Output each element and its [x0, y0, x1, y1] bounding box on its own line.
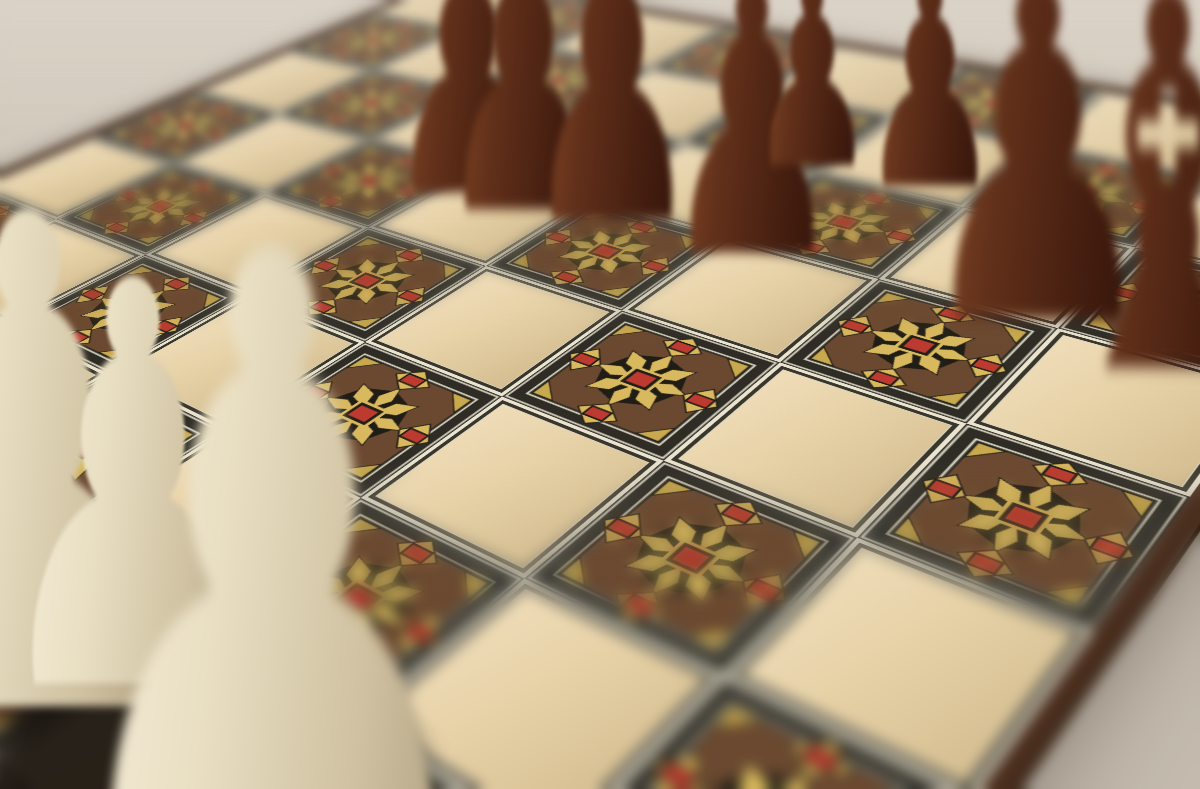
piece-dark-pawn-5[interactable]: ♟ [749, 0, 875, 204]
pieces-layer: ♟♟♟♟♟♟♟♟♟♟♝ [0, 0, 1200, 789]
piece-dark-bishop-1[interactable]: ♝ [1047, 0, 1200, 447]
